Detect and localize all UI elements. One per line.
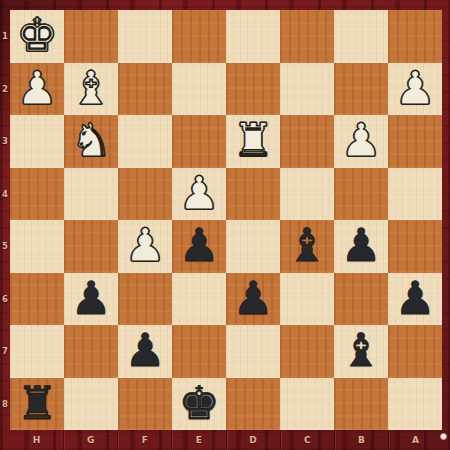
piece-black-pawn[interactable]: ♟ bbox=[124, 327, 165, 373]
rank-labels: 12345678 bbox=[0, 10, 10, 430]
square-f6[interactable] bbox=[118, 273, 172, 326]
square-c7[interactable] bbox=[280, 325, 334, 378]
piece-white-pawn[interactable]: ♟ bbox=[340, 117, 381, 163]
square-g5[interactable] bbox=[64, 220, 118, 273]
square-h7[interactable] bbox=[10, 325, 64, 378]
square-d6[interactable]: ♟ bbox=[226, 273, 280, 326]
piece-white-king[interactable]: ♚ bbox=[16, 12, 57, 58]
piece-white-pawn[interactable]: ♟ bbox=[124, 222, 165, 268]
piece-black-king[interactable]: ♚ bbox=[178, 380, 219, 426]
square-g1[interactable] bbox=[64, 10, 118, 63]
square-b2[interactable] bbox=[334, 63, 388, 116]
square-g7[interactable] bbox=[64, 325, 118, 378]
square-d4[interactable] bbox=[226, 168, 280, 221]
chess-board: ♚♟♝♟♞♜♟♟♟♟♝♟♟♟♟♟♝♜♚ bbox=[10, 10, 442, 430]
square-h6[interactable] bbox=[10, 273, 64, 326]
square-d8[interactable] bbox=[226, 378, 280, 431]
rank-label-5: 5 bbox=[0, 220, 10, 273]
square-c3[interactable] bbox=[280, 115, 334, 168]
file-label-e: E bbox=[171, 430, 225, 450]
rank-label-8: 8 bbox=[0, 378, 10, 431]
square-c1[interactable] bbox=[280, 10, 334, 63]
piece-black-pawn[interactable]: ♟ bbox=[232, 275, 273, 321]
square-f3[interactable] bbox=[118, 115, 172, 168]
file-label-c: C bbox=[280, 430, 334, 450]
piece-black-rook[interactable]: ♜ bbox=[16, 380, 57, 426]
square-e8[interactable]: ♚ bbox=[172, 378, 226, 431]
rank-label-2: 2 bbox=[0, 63, 10, 116]
square-g8[interactable] bbox=[64, 378, 118, 431]
square-e3[interactable] bbox=[172, 115, 226, 168]
square-e5[interactable]: ♟ bbox=[172, 220, 226, 273]
square-e7[interactable] bbox=[172, 325, 226, 378]
square-b5[interactable]: ♟ bbox=[334, 220, 388, 273]
square-a7[interactable] bbox=[388, 325, 442, 378]
square-c4[interactable] bbox=[280, 168, 334, 221]
piece-white-pawn[interactable]: ♟ bbox=[394, 65, 435, 111]
square-b8[interactable] bbox=[334, 378, 388, 431]
rank-label-3: 3 bbox=[0, 115, 10, 168]
file-label-g: G bbox=[63, 430, 117, 450]
square-f8[interactable] bbox=[118, 378, 172, 431]
square-h8[interactable]: ♜ bbox=[10, 378, 64, 431]
square-a6[interactable]: ♟ bbox=[388, 273, 442, 326]
square-g3[interactable]: ♞ bbox=[64, 115, 118, 168]
rank-label-4: 4 bbox=[0, 168, 10, 221]
square-a4[interactable] bbox=[388, 168, 442, 221]
square-b3[interactable]: ♟ bbox=[334, 115, 388, 168]
square-b7[interactable]: ♝ bbox=[334, 325, 388, 378]
square-a5[interactable] bbox=[388, 220, 442, 273]
piece-white-pawn[interactable]: ♟ bbox=[16, 65, 57, 111]
piece-black-bishop[interactable]: ♝ bbox=[286, 222, 327, 268]
square-c2[interactable] bbox=[280, 63, 334, 116]
square-a8[interactable] bbox=[388, 378, 442, 431]
chess-board-frame: ♚♟♝♟♞♜♟♟♟♟♝♟♟♟♟♟♝♜♚ 12345678 HGFEDCBA bbox=[0, 0, 450, 450]
piece-white-rook[interactable]: ♜ bbox=[232, 117, 273, 163]
file-labels: HGFEDCBA bbox=[10, 430, 442, 450]
rank-label-7: 7 bbox=[0, 325, 10, 378]
piece-black-pawn[interactable]: ♟ bbox=[70, 275, 111, 321]
piece-black-pawn[interactable]: ♟ bbox=[178, 222, 219, 268]
piece-white-pawn[interactable]: ♟ bbox=[178, 170, 219, 216]
square-f2[interactable] bbox=[118, 63, 172, 116]
square-h4[interactable] bbox=[10, 168, 64, 221]
file-label-a: A bbox=[388, 430, 442, 450]
square-e2[interactable] bbox=[172, 63, 226, 116]
square-c5[interactable]: ♝ bbox=[280, 220, 334, 273]
square-e4[interactable]: ♟ bbox=[172, 168, 226, 221]
square-b4[interactable] bbox=[334, 168, 388, 221]
square-a3[interactable] bbox=[388, 115, 442, 168]
square-f1[interactable] bbox=[118, 10, 172, 63]
square-d3[interactable]: ♜ bbox=[226, 115, 280, 168]
square-a2[interactable]: ♟ bbox=[388, 63, 442, 116]
square-f4[interactable] bbox=[118, 168, 172, 221]
file-label-d: D bbox=[226, 430, 280, 450]
square-h3[interactable] bbox=[10, 115, 64, 168]
square-e1[interactable] bbox=[172, 10, 226, 63]
square-a1[interactable] bbox=[388, 10, 442, 63]
square-h1[interactable]: ♚ bbox=[10, 10, 64, 63]
file-label-f: F bbox=[117, 430, 171, 450]
square-f5[interactable]: ♟ bbox=[118, 220, 172, 273]
rank-label-1: 1 bbox=[0, 10, 10, 63]
square-c8[interactable] bbox=[280, 378, 334, 431]
square-g6[interactable]: ♟ bbox=[64, 273, 118, 326]
square-b1[interactable] bbox=[334, 10, 388, 63]
square-h5[interactable] bbox=[10, 220, 64, 273]
piece-black-pawn[interactable]: ♟ bbox=[340, 222, 381, 268]
square-f7[interactable]: ♟ bbox=[118, 325, 172, 378]
square-c6[interactable] bbox=[280, 273, 334, 326]
piece-white-bishop[interactable]: ♝ bbox=[70, 65, 111, 111]
square-h2[interactable]: ♟ bbox=[10, 63, 64, 116]
square-g4[interactable] bbox=[64, 168, 118, 221]
square-d1[interactable] bbox=[226, 10, 280, 63]
square-g2[interactable]: ♝ bbox=[64, 63, 118, 116]
square-d5[interactable] bbox=[226, 220, 280, 273]
square-b6[interactable] bbox=[334, 273, 388, 326]
piece-black-pawn[interactable]: ♟ bbox=[394, 275, 435, 321]
file-label-h: H bbox=[10, 430, 63, 450]
piece-black-bishop[interactable]: ♝ bbox=[340, 327, 381, 373]
rank-label-6: 6 bbox=[0, 273, 10, 326]
square-d7[interactable] bbox=[226, 325, 280, 378]
file-label-b: B bbox=[334, 430, 388, 450]
piece-white-knight[interactable]: ♞ bbox=[70, 117, 111, 163]
square-e6[interactable] bbox=[172, 273, 226, 326]
white-to-move-indicator-dot bbox=[440, 433, 447, 440]
square-d2[interactable] bbox=[226, 63, 280, 116]
